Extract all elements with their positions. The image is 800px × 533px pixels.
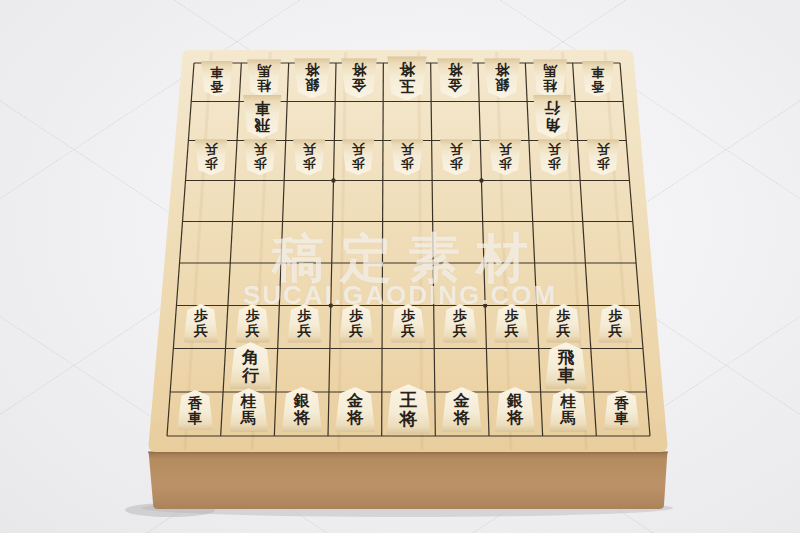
- piece-gold-gote[interactable]: 金将: [436, 58, 474, 98]
- piece-kanji: 飛: [558, 348, 575, 366]
- piece-kanji: 兵: [557, 323, 571, 338]
- piece-kanji: 香: [188, 395, 202, 410]
- piece-kanji: 銀: [507, 392, 523, 409]
- piece-pawn-sente[interactable]: 歩兵: [286, 304, 322, 342]
- piece-kanji: 金: [352, 78, 366, 93]
- piece-bishop-sente[interactable]: 角行: [229, 342, 273, 389]
- piece-kanji: 兵: [246, 323, 260, 338]
- piece-lance-sente[interactable]: 香車: [603, 390, 641, 430]
- piece-kanji: 飛: [255, 117, 270, 133]
- piece-kanji: 兵: [303, 143, 316, 157]
- piece-kanji: 歩: [499, 157, 512, 171]
- piece-kanji: 兵: [352, 143, 365, 157]
- piece-kanji: 車: [558, 366, 575, 384]
- piece-kanji: 歩: [194, 308, 208, 323]
- piece-lance-gote[interactable]: 香車: [200, 61, 234, 97]
- piece-knight-sente[interactable]: 桂馬: [228, 388, 269, 431]
- piece-kanji: 香: [614, 395, 628, 410]
- piece-kanji: 将: [507, 409, 523, 426]
- piece-kanji: 行: [544, 100, 559, 116]
- piece-kanji: 将: [352, 63, 366, 78]
- piece-kanji: 桂: [241, 393, 256, 409]
- piece-kanji: 角: [242, 348, 259, 366]
- piece-pawn-gote[interactable]: 歩兵: [292, 139, 326, 175]
- piece-kanji: 兵: [608, 323, 622, 338]
- piece-kanji: 兵: [254, 143, 267, 157]
- piece-kanji: 金: [454, 392, 470, 409]
- piece-kanji: 兵: [401, 143, 414, 157]
- piece-pawn-gote[interactable]: 歩兵: [586, 139, 620, 175]
- piece-pawn-gote[interactable]: 歩兵: [194, 139, 228, 175]
- piece-kanji: 歩: [298, 308, 312, 323]
- piece-knight-gote[interactable]: 桂馬: [532, 59, 568, 97]
- piece-kanji: 歩: [505, 308, 519, 323]
- piece-kanji: 将: [495, 63, 509, 78]
- piece-kanji: 歩: [450, 157, 463, 171]
- piece-kanji: 歩: [254, 157, 267, 171]
- piece-kanji: 歩: [597, 157, 610, 171]
- piece-pawn-gote[interactable]: 歩兵: [390, 139, 424, 175]
- piece-pawn-sente[interactable]: 歩兵: [234, 304, 270, 342]
- piece-kanji: 歩: [352, 157, 365, 171]
- piece-kanji: 行: [242, 366, 259, 384]
- piece-kanji: 将: [294, 409, 310, 426]
- piece-kanji: 歩: [557, 308, 571, 323]
- piece-pawn-gote[interactable]: 歩兵: [537, 139, 571, 175]
- piece-kanji: 車: [591, 65, 604, 79]
- piece-king-gote-gote[interactable]: 玉将: [386, 56, 428, 100]
- piece-pawn-sente[interactable]: 歩兵: [390, 304, 426, 342]
- piece-kanji: 兵: [597, 143, 610, 157]
- piece-silver-gote[interactable]: 銀将: [483, 58, 521, 98]
- piece-kanji: 銀: [495, 78, 509, 93]
- piece-kanji: 玉: [399, 78, 415, 95]
- piece-pawn-sente[interactable]: 歩兵: [183, 304, 219, 342]
- piece-kanji: 馬: [241, 410, 256, 426]
- piece-kanji: 馬: [561, 410, 576, 426]
- piece-pawn-sente[interactable]: 歩兵: [494, 304, 530, 342]
- piece-pawn-gote[interactable]: 歩兵: [488, 139, 522, 175]
- piece-kanji: 歩: [246, 308, 260, 323]
- piece-kanji: 桂: [543, 78, 557, 93]
- piece-kanji: 将: [347, 409, 363, 426]
- piece-kanji: 角: [544, 117, 559, 133]
- piece-kanji: 兵: [349, 323, 363, 338]
- piece-kanji: 兵: [450, 143, 463, 157]
- piece-kanji: 歩: [349, 308, 363, 323]
- piece-kanji: 車: [614, 410, 628, 425]
- piece-kanji: 馬: [257, 64, 271, 79]
- piece-gold-sente[interactable]: 金将: [440, 387, 483, 432]
- piece-kanji: 兵: [194, 323, 208, 338]
- piece-pawn-sente[interactable]: 歩兵: [338, 304, 374, 342]
- piece-lance-gote[interactable]: 香車: [581, 61, 615, 97]
- piece-pawn-sente[interactable]: 歩兵: [545, 304, 581, 342]
- piece-kanji: 歩: [303, 157, 316, 171]
- piece-kanji: 兵: [453, 323, 467, 338]
- piece-kanji: 車: [188, 410, 202, 425]
- piece-kanji: 桂: [257, 78, 271, 93]
- piece-kanji: 兵: [298, 323, 312, 338]
- piece-kanji: 歩: [401, 157, 414, 171]
- piece-kanji: 将: [399, 409, 417, 428]
- piece-pawn-gote[interactable]: 歩兵: [439, 139, 473, 175]
- piece-silver-gote[interactable]: 銀将: [293, 58, 331, 98]
- piece-silver-sente[interactable]: 銀将: [494, 387, 537, 432]
- piece-pawn-gote[interactable]: 歩兵: [243, 139, 277, 175]
- piece-kanji: 将: [305, 63, 319, 78]
- piece-kanji: 金: [448, 78, 462, 93]
- piece-rook-sente[interactable]: 飛車: [544, 342, 588, 389]
- piece-kanji: 兵: [499, 143, 512, 157]
- piece-kanji: 将: [399, 61, 415, 78]
- piece-pawn-sente[interactable]: 歩兵: [442, 304, 478, 342]
- piece-pawn-sente[interactable]: 歩兵: [597, 304, 633, 342]
- piece-kanji: 歩: [453, 308, 467, 323]
- piece-silver-sente[interactable]: 銀将: [281, 387, 324, 432]
- piece-knight-sente[interactable]: 桂馬: [548, 388, 589, 431]
- piece-kanji: 歩: [205, 157, 218, 171]
- piece-kanji: 歩: [548, 157, 561, 171]
- piece-kanji: 歩: [608, 308, 622, 323]
- piece-bishop-gote[interactable]: 角行: [532, 95, 573, 138]
- piece-kanji: 車: [210, 65, 223, 79]
- piece-knight-gote[interactable]: 桂馬: [246, 59, 282, 97]
- piece-kanji: 桂: [561, 393, 576, 409]
- piece-lance-sente[interactable]: 香車: [176, 390, 214, 430]
- piece-kanji: 香: [591, 79, 604, 93]
- piece-kanji: 将: [448, 63, 462, 78]
- piece-gold-gote[interactable]: 金将: [340, 58, 378, 98]
- piece-kanji: 歩: [401, 308, 415, 323]
- piece-kanji: 香: [210, 79, 223, 93]
- piece-pawn-gote[interactable]: 歩兵: [341, 139, 375, 175]
- piece-kanji: 馬: [543, 64, 557, 79]
- piece-kanji: 車: [255, 100, 270, 116]
- piece-kanji: 兵: [401, 323, 415, 338]
- piece-gold-sente[interactable]: 金将: [334, 387, 377, 432]
- piece-kanji: 兵: [205, 143, 218, 157]
- piece-rook-gote[interactable]: 飛車: [242, 95, 283, 138]
- piece-kanji: 兵: [548, 143, 561, 157]
- piece-kanji: 銀: [305, 78, 319, 93]
- piece-kanji: 金: [347, 392, 363, 409]
- photo-stage: 香車桂馬銀将金将玉将金将銀将桂馬香車飛車角行歩兵歩兵歩兵歩兵歩兵歩兵歩兵歩兵歩兵…: [0, 0, 800, 533]
- piece-kanji: 銀: [294, 392, 310, 409]
- piece-kanji: 将: [454, 409, 470, 426]
- piece-kanji: 兵: [505, 323, 519, 338]
- piece-kanji: 王: [399, 390, 417, 409]
- piece-king-sente-sente[interactable]: 王将: [385, 384, 432, 434]
